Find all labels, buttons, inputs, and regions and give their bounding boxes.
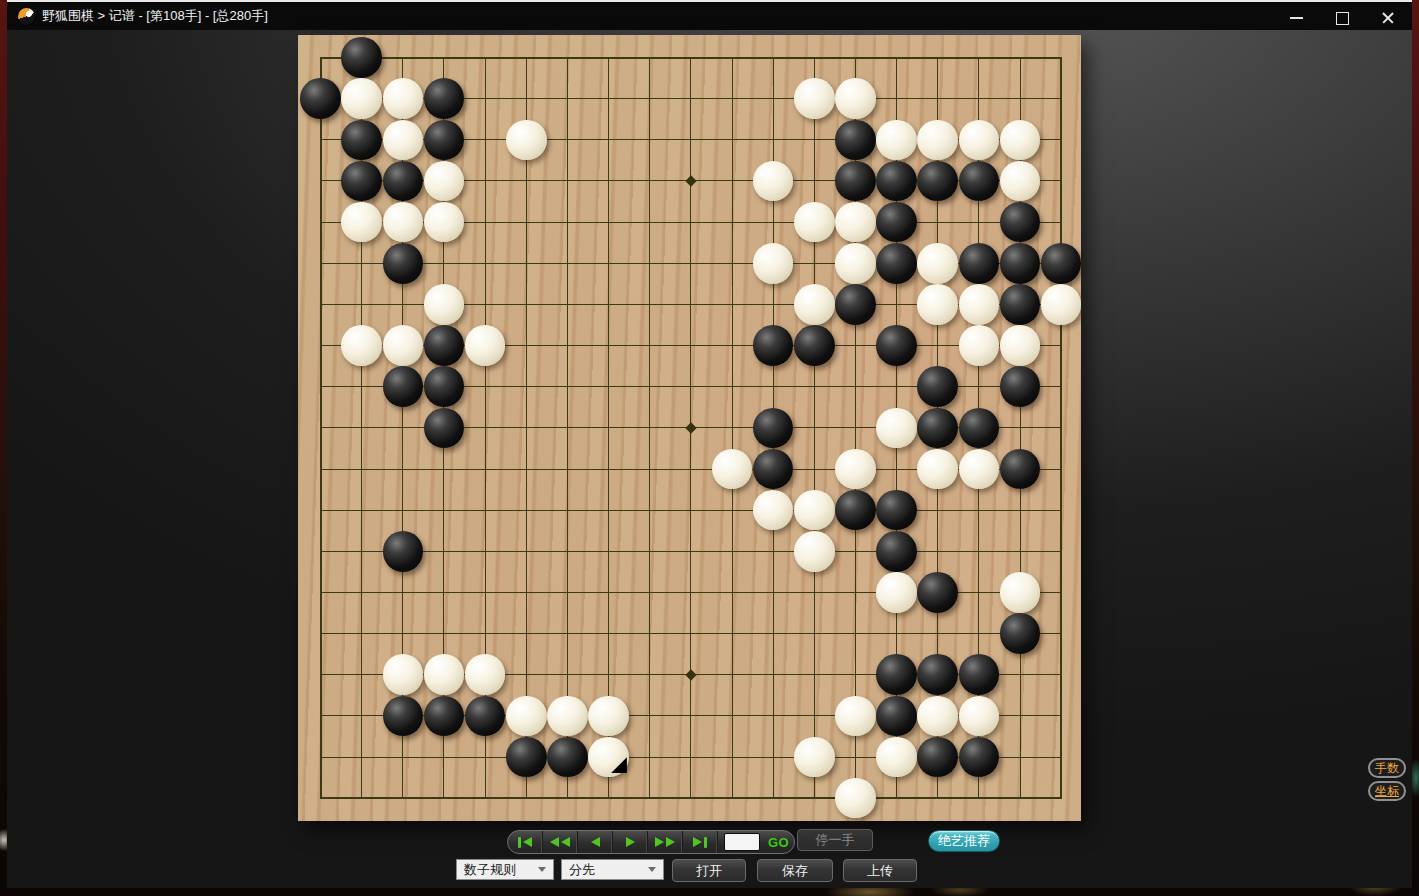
stone-black [1000,202,1041,243]
title-bar: 野狐围棋 > 记谱 - [第108手] - [总280手] [7,2,1412,30]
maximize-icon [1336,12,1349,25]
maximize-button[interactable] [1319,4,1365,32]
stone-white [835,778,876,819]
stone-white [753,490,794,531]
close-icon [1381,11,1395,25]
star-point [685,422,696,433]
last-button[interactable] [683,831,718,853]
handicap-select[interactable]: 分先 [561,859,664,880]
stone-white [876,737,917,778]
stone-black [794,325,835,366]
stone-black [300,78,341,119]
move-number-input[interactable] [724,833,760,851]
stone-black [753,325,794,366]
stone-white [917,243,958,284]
stone-white [876,572,917,613]
stone-black [959,737,1000,778]
fast-rewind-icon [550,837,559,847]
stone-white [465,325,506,366]
grid-line-horizontal [320,551,1063,552]
grid-line-horizontal [320,510,1063,511]
stone-black [959,654,1000,695]
upload-button[interactable]: 上传 [843,859,917,882]
stone-white [588,696,629,737]
stone-white [794,78,835,119]
step-forward-icon [626,837,635,847]
stone-white [383,325,424,366]
stone-black [876,161,917,202]
stone-black [959,408,1000,449]
stone-white [1000,572,1041,613]
stone-black [917,161,958,202]
stone-black [917,408,958,449]
stone-black [465,696,506,737]
chevron-down-icon [648,867,656,872]
stone-black [917,366,958,407]
stone-white [383,202,424,243]
stone-white [794,531,835,572]
stone-white [917,284,958,325]
stone-white [835,243,876,284]
first-button[interactable] [508,831,543,853]
app-window: 野狐围棋 > 记谱 - [第108手] - [总280手] GO 停一手 绝艺推… [7,0,1412,888]
stone-white [959,284,1000,325]
skip-to-end-icon [693,837,702,847]
stone-white [712,449,753,490]
star-point [685,669,696,680]
stone-white [917,120,958,161]
stone-black [835,161,876,202]
skip-to-start-icon [518,837,521,848]
stone-black [876,696,917,737]
main-area: GO 停一手 绝艺推荐 数子规则 分先 打开 保存 上传 手数 坐标 [7,30,1412,888]
stone-black [753,449,794,490]
stone-black [424,78,465,119]
stone-black [1000,284,1041,325]
stone-white [424,654,465,695]
grid-line-vertical [732,57,733,800]
move-navigation-toolbar: GO [507,830,795,854]
stone-white [835,78,876,119]
stone-black [876,654,917,695]
go-button[interactable]: GO [768,835,789,850]
minimize-button[interactable] [1273,4,1319,32]
stone-white [341,78,382,119]
fast-rewind-icon [561,837,570,847]
stone-black [917,572,958,613]
stone-black [424,366,465,407]
stone-black [876,531,917,572]
skip-to-end-icon [704,837,707,848]
stone-white [794,490,835,531]
step-forward-button[interactable] [613,831,648,853]
stone-white [424,284,465,325]
stone-white [424,202,465,243]
grid-line-horizontal [320,797,1063,799]
fast-forward-icon [666,837,675,847]
stone-white [1000,161,1041,202]
stone-black [424,120,465,161]
step-back-icon [591,837,600,847]
star-point [685,175,696,186]
chevron-down-icon [538,867,546,872]
stone-white [753,161,794,202]
handicap-select-value: 分先 [569,861,595,879]
pass-button[interactable]: 停一手 [797,829,873,851]
stone-white [876,408,917,449]
stone-black [547,737,588,778]
stone-black [835,490,876,531]
stone-black [506,737,547,778]
stone-white [794,284,835,325]
window-title: 野狐围棋 > 记谱 - [第108手] - [总280手] [42,2,268,30]
stone-black [917,654,958,695]
rule-select-value: 数子规则 [464,861,516,879]
stone-black [1041,243,1082,284]
grid-line-vertical [814,57,815,800]
rule-select[interactable]: 数子规则 [456,859,554,880]
app-logo-icon [18,8,35,25]
stone-white [383,120,424,161]
grid-line-vertical [1060,57,1062,800]
stone-black [876,243,917,284]
coordinates-toggle[interactable]: 坐标 [1368,781,1406,801]
stone-black [383,696,424,737]
grid-line-horizontal [320,633,1063,634]
stone-white [1000,120,1041,161]
stone-white [1000,325,1041,366]
fast-forward-icon [655,837,664,847]
minimize-icon [1290,17,1303,19]
stone-white [547,696,588,737]
stone-white [794,737,835,778]
save-button[interactable]: 保存 [757,859,833,882]
stone-black [424,696,465,737]
stone-white [794,202,835,243]
fast-forward-button[interactable] [648,831,683,853]
stone-white [506,696,547,737]
ai-recommend-button[interactable]: 绝艺推荐 [928,830,1000,852]
stone-white [835,202,876,243]
stone-white [383,654,424,695]
fast-rewind-button[interactable] [543,831,578,853]
stone-white [465,654,506,695]
stone-white [383,78,424,119]
stone-black [835,284,876,325]
stone-white [506,120,547,161]
stone-white [959,120,1000,161]
stone-white [1041,284,1082,325]
stone-black [1000,366,1041,407]
stone-white [341,325,382,366]
stone-white [588,737,629,778]
stone-black [424,325,465,366]
stone-black [1000,243,1041,284]
last-move-marker-icon [611,757,627,773]
stone-black [383,243,424,284]
stone-black [835,120,876,161]
stone-white [917,696,958,737]
stone-white [959,449,1000,490]
stone-white [876,120,917,161]
stone-white [959,325,1000,366]
stone-white [424,161,465,202]
stone-black [383,366,424,407]
stone-black [341,161,382,202]
stone-black [341,37,382,78]
stone-white [917,449,958,490]
stone-black [383,161,424,202]
skip-to-start-icon [523,837,532,847]
stone-black [959,161,1000,202]
open-button[interactable]: 打开 [672,859,746,882]
stone-black [1000,613,1041,654]
stone-black [876,202,917,243]
stone-black [383,531,424,572]
stone-black [917,737,958,778]
go-board[interactable] [298,35,1081,821]
move-numbers-toggle[interactable]: 手数 [1368,758,1406,778]
stone-black [876,490,917,531]
step-back-button[interactable] [578,831,613,853]
stone-white [753,243,794,284]
close-button[interactable] [1365,4,1411,32]
stone-black [959,243,1000,284]
stone-black [1000,449,1041,490]
stone-white [959,696,1000,737]
stone-white [835,449,876,490]
stone-white [835,696,876,737]
stone-black [424,408,465,449]
stone-white [341,202,382,243]
stone-black [876,325,917,366]
stone-black [341,120,382,161]
stone-black [753,408,794,449]
